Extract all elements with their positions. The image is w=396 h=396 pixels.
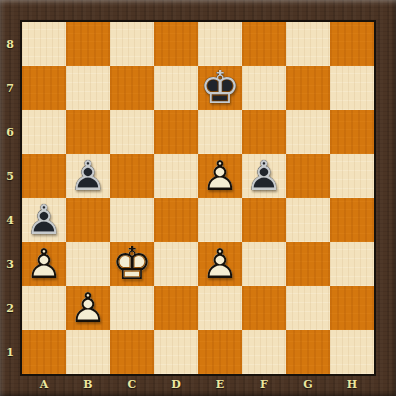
square-b2[interactable]: ♟♙ — [66, 286, 110, 330]
pawn-outline-glyph: ♙ — [66, 286, 110, 330]
square-c1[interactable] — [110, 330, 154, 374]
rank-label-5: 5 — [0, 154, 20, 198]
file-labels: ABCDEFGH — [22, 374, 374, 394]
square-d3[interactable] — [154, 242, 198, 286]
square-a1[interactable] — [22, 330, 66, 374]
square-e1[interactable] — [198, 330, 242, 374]
file-label-f: F — [242, 374, 286, 394]
square-d2[interactable] — [154, 286, 198, 330]
square-g5[interactable] — [286, 154, 330, 198]
square-a3[interactable]: ♟♙ — [22, 242, 66, 286]
king-outline-glyph: ♔ — [110, 242, 154, 286]
square-g3[interactable] — [286, 242, 330, 286]
rank-label-4: 4 — [0, 198, 20, 242]
file-label-d: D — [154, 374, 198, 394]
square-d8[interactable] — [154, 22, 198, 66]
pawn-outline-glyph: ♙ — [198, 242, 242, 286]
square-h2[interactable] — [330, 286, 374, 330]
pawn-outline-glyph: ♙ — [66, 154, 110, 198]
square-b1[interactable] — [66, 330, 110, 374]
square-e5[interactable]: ♟♙ — [198, 154, 242, 198]
square-d4[interactable] — [154, 198, 198, 242]
piece-white-king[interactable]: ♚♔ — [110, 242, 154, 286]
square-f6[interactable] — [242, 110, 286, 154]
square-g2[interactable] — [286, 286, 330, 330]
pawn-outline-glyph: ♙ — [198, 154, 242, 198]
square-f7[interactable] — [242, 66, 286, 110]
square-c6[interactable] — [110, 110, 154, 154]
square-h8[interactable] — [330, 22, 374, 66]
file-label-g: G — [286, 374, 330, 394]
square-b3[interactable] — [66, 242, 110, 286]
rank-labels: 87654321 — [0, 22, 20, 374]
piece-black-king[interactable]: ♚♔ — [198, 66, 242, 110]
square-b6[interactable] — [66, 110, 110, 154]
square-h4[interactable] — [330, 198, 374, 242]
square-e2[interactable] — [198, 286, 242, 330]
rank-label-3: 3 — [0, 242, 20, 286]
square-f8[interactable] — [242, 22, 286, 66]
square-c7[interactable] — [110, 66, 154, 110]
chess-board: ♚♔♟♙♟♙♟♙♟♙♟♙♚♔♟♙♟♙ — [20, 20, 376, 376]
file-label-e: E — [198, 374, 242, 394]
square-g8[interactable] — [286, 22, 330, 66]
square-c8[interactable] — [110, 22, 154, 66]
pawn-outline-glyph: ♙ — [242, 154, 286, 198]
square-a2[interactable] — [22, 286, 66, 330]
square-h3[interactable] — [330, 242, 374, 286]
square-h5[interactable] — [330, 154, 374, 198]
rank-label-2: 2 — [0, 286, 20, 330]
file-label-h: H — [330, 374, 374, 394]
piece-black-pawn[interactable]: ♟♙ — [22, 198, 66, 242]
square-d6[interactable] — [154, 110, 198, 154]
square-a5[interactable] — [22, 154, 66, 198]
file-label-b: B — [66, 374, 110, 394]
square-b7[interactable] — [66, 66, 110, 110]
rank-label-1: 1 — [0, 330, 20, 374]
square-e6[interactable] — [198, 110, 242, 154]
square-h1[interactable] — [330, 330, 374, 374]
king-outline-glyph: ♔ — [198, 66, 242, 110]
square-e4[interactable] — [198, 198, 242, 242]
square-d7[interactable] — [154, 66, 198, 110]
square-c3[interactable]: ♚♔ — [110, 242, 154, 286]
piece-white-pawn[interactable]: ♟♙ — [66, 286, 110, 330]
square-g7[interactable] — [286, 66, 330, 110]
square-f3[interactable] — [242, 242, 286, 286]
rank-label-7: 7 — [0, 66, 20, 110]
pawn-outline-glyph: ♙ — [22, 198, 66, 242]
piece-white-pawn[interactable]: ♟♙ — [198, 242, 242, 286]
square-g1[interactable] — [286, 330, 330, 374]
square-b4[interactable] — [66, 198, 110, 242]
file-label-a: A — [22, 374, 66, 394]
square-c5[interactable] — [110, 154, 154, 198]
square-d5[interactable] — [154, 154, 198, 198]
square-f5[interactable]: ♟♙ — [242, 154, 286, 198]
piece-white-pawn[interactable]: ♟♙ — [198, 154, 242, 198]
piece-black-pawn[interactable]: ♟♙ — [66, 154, 110, 198]
square-a4[interactable]: ♟♙ — [22, 198, 66, 242]
square-h6[interactable] — [330, 110, 374, 154]
square-a7[interactable] — [22, 66, 66, 110]
square-g4[interactable] — [286, 198, 330, 242]
rank-label-8: 8 — [0, 22, 20, 66]
square-b8[interactable] — [66, 22, 110, 66]
file-label-c: C — [110, 374, 154, 394]
piece-black-pawn[interactable]: ♟♙ — [242, 154, 286, 198]
square-a6[interactable] — [22, 110, 66, 154]
square-b5[interactable]: ♟♙ — [66, 154, 110, 198]
square-c4[interactable] — [110, 198, 154, 242]
square-f1[interactable] — [242, 330, 286, 374]
square-e7[interactable]: ♚♔ — [198, 66, 242, 110]
square-f2[interactable] — [242, 286, 286, 330]
piece-white-pawn[interactable]: ♟♙ — [22, 242, 66, 286]
chessboard-widget: ♚♔♟♙♟♙♟♙♟♙♟♙♚♔♟♙♟♙ 87654321 ABCDEFGH — [0, 0, 396, 396]
square-h7[interactable] — [330, 66, 374, 110]
square-e8[interactable] — [198, 22, 242, 66]
rank-label-6: 6 — [0, 110, 20, 154]
square-a8[interactable] — [22, 22, 66, 66]
square-g6[interactable] — [286, 110, 330, 154]
pawn-outline-glyph: ♙ — [22, 242, 66, 286]
square-e3[interactable]: ♟♙ — [198, 242, 242, 286]
square-c2[interactable] — [110, 286, 154, 330]
square-d1[interactable] — [154, 330, 198, 374]
square-f4[interactable] — [242, 198, 286, 242]
